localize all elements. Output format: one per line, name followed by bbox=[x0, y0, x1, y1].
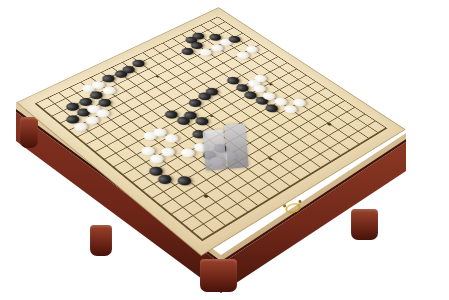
watermark-box bbox=[201, 122, 251, 173]
go-board-photo-scene bbox=[0, 0, 449, 300]
watermark-left-face bbox=[202, 129, 226, 171]
watermark-right-face bbox=[224, 123, 249, 169]
